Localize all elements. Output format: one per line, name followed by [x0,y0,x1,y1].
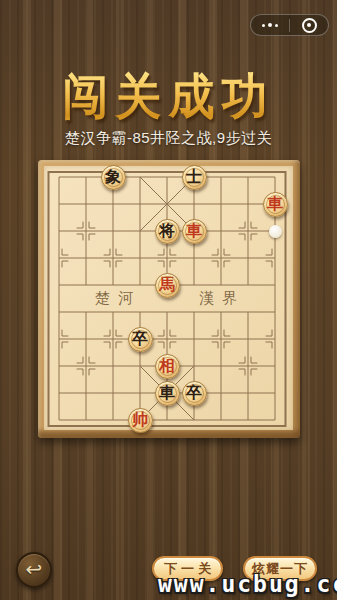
xiangqi-board: 楚河 漢界 象士車将車馬卒相車卒帅 [44,166,293,430]
more-button[interactable] [251,15,289,35]
piece-red-chariot[interactable]: 車 [263,192,288,217]
piece-black-advisor[interactable]: 士 [182,165,207,190]
piece-red-elephant[interactable]: 相 [155,354,180,379]
piece-black-soldier[interactable]: 卒 [182,381,207,406]
return-arrow-icon: ↩ [26,559,43,579]
miniprogram-capsule [250,14,329,36]
level-subtitle: 楚汉争霸-85井陉之战,9步过关 [0,129,337,148]
target-circle-icon [302,18,317,33]
close-button[interactable] [290,15,328,35]
back-button[interactable]: ↩ [16,552,52,588]
watermark: www.ucbug.cc [158,571,337,597]
piece-black-general[interactable]: 将 [155,219,180,244]
piece-red-chariot[interactable]: 車 [182,219,207,244]
more-dots-icon [262,23,279,28]
move-indicator-dot [269,225,282,238]
piece-black-soldier[interactable]: 卒 [128,327,153,352]
piece-red-general[interactable]: 帅 [128,408,153,433]
xiangqi-board-frame: 楚河 漢界 象士車将車馬卒相車卒帅 [38,160,300,438]
piece-black-elephant[interactable]: 象 [101,165,126,190]
game-screen: 闯关成功 楚汉争霸-85井陉之战,9步过关 楚河 漢界 象士車将車馬卒相車卒帅 … [0,0,337,600]
piece-black-chariot[interactable]: 車 [155,381,180,406]
piece-red-horse[interactable]: 馬 [155,273,180,298]
page-title: 闯关成功 [0,64,337,130]
board-grid: 象士車将車馬卒相車卒帅 [46,164,289,434]
